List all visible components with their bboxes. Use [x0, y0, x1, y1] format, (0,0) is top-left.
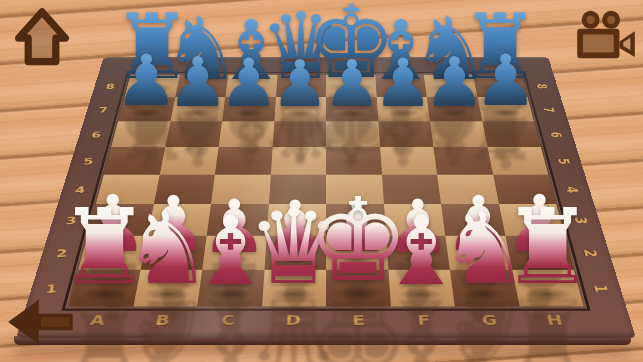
back-arrow-icon — [4, 295, 78, 349]
square-f5[interactable] — [380, 147, 437, 174]
file-label-e: E — [326, 312, 392, 328]
rank-label-5-right: 5 — [553, 155, 573, 168]
piece-black-pawn-h7[interactable]: ♟ — [474, 46, 537, 117]
square-h6[interactable] — [482, 121, 541, 147]
rank-label-5-left: 5 — [77, 155, 99, 167]
square-b5[interactable] — [159, 147, 218, 174]
file-label-b: B — [129, 312, 197, 328]
home-button[interactable] — [12, 7, 72, 67]
rank-label-6-left: 6 — [85, 129, 106, 140]
square-c5[interactable] — [215, 147, 272, 174]
chess-app-screen: ABCDEFGH1122334455667788 ♜♜♞♞♝♝♛♛♚♚♝♝♞♞♜… — [0, 0, 643, 362]
undo-back-button[interactable] — [4, 295, 78, 349]
square-f6[interactable] — [378, 121, 433, 147]
square-e6[interactable] — [326, 121, 380, 147]
piece-black-pawn-c7[interactable]: ♟ — [219, 50, 279, 117]
square-g6[interactable] — [430, 121, 487, 147]
file-label-h: H — [520, 312, 589, 328]
square-g5[interactable] — [433, 147, 492, 174]
rank-label-6-right: 6 — [546, 128, 565, 140]
square-h5[interactable] — [487, 147, 548, 174]
video-camera-icon — [574, 9, 638, 69]
square-e5[interactable] — [326, 147, 382, 174]
piece-black-pawn-d7[interactable]: ♟ — [271, 52, 329, 117]
rank-label-7-left: 7 — [93, 104, 114, 114]
home-icon — [12, 7, 72, 67]
square-c6[interactable] — [219, 121, 274, 147]
square-d5[interactable] — [270, 147, 326, 174]
file-label-f: F — [391, 312, 458, 328]
square-d6[interactable] — [272, 121, 326, 147]
rank-label-7-right: 7 — [539, 104, 558, 115]
square-a6[interactable] — [111, 121, 170, 147]
file-label-d: D — [260, 312, 326, 328]
square-a5[interactable] — [104, 147, 165, 174]
piece-black-pawn-e7[interactable]: ♟ — [323, 52, 381, 117]
file-label-c: C — [194, 312, 261, 328]
square-b6[interactable] — [165, 121, 222, 147]
camera-button[interactable] — [574, 9, 638, 69]
piece-white-rook-h1[interactable]: ♜ — [501, 195, 594, 299]
file-label-g: G — [456, 312, 524, 328]
